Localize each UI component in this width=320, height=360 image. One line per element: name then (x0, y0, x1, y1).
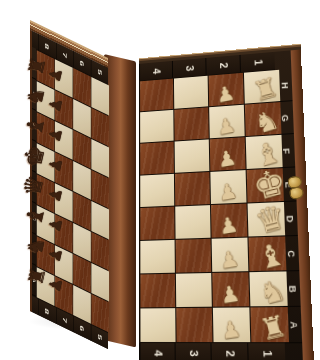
coordinate-text: G (280, 114, 290, 122)
square-a2: ♟ (213, 307, 250, 342)
rank-labels-right-bottom: 4321 (139, 343, 285, 360)
coordinate-text: 3 (184, 65, 195, 72)
white-pawn-f2: ♟ (216, 149, 238, 171)
right-board-panel: 4321 ♟♜♟♞♟♝♟♚♟♛♟♝♟♞♟♜ 4321 HGFEDCBA (139, 44, 314, 360)
black-pawn-h7: ♟ (48, 67, 65, 84)
square-d2: ♟ (211, 204, 247, 238)
coordinate-text: 5 (97, 68, 102, 76)
coordinate-text: B (286, 285, 296, 292)
coordinate-text: 2 (218, 62, 229, 69)
white-rook-a1: ♜ (257, 312, 289, 344)
black-pawn-f7: ♟ (48, 127, 65, 144)
square-c2: ♟ (212, 238, 249, 272)
square-b1: ♞ (249, 271, 287, 306)
square-a3 (176, 308, 212, 342)
black-pawn-c7: ♟ (48, 217, 65, 234)
coordinate-label: 4 (139, 343, 174, 360)
white-pawn-a2: ♟ (219, 319, 242, 342)
coordinate-text: 6 (80, 59, 85, 67)
black-pawn-d7: ♟ (48, 187, 65, 204)
coordinate-text: A (288, 321, 298, 328)
white-knight-g1: ♞ (251, 107, 281, 137)
square-h3 (174, 76, 208, 109)
coordinate-text: 4 (151, 67, 161, 74)
black-king-e8: ♚ (21, 142, 48, 169)
square-f4 (140, 142, 174, 175)
black-pawn-b7: ♟ (48, 247, 65, 264)
black-queen-d8: ♛ (22, 173, 48, 199)
black-bishop-f8: ♝ (24, 114, 48, 138)
black-pawn-e7: ♟ (48, 157, 65, 174)
square-e4 (140, 174, 174, 207)
square-b2: ♟ (212, 272, 249, 306)
black-bishop-c8: ♝ (24, 204, 48, 228)
square-a1: ♜ (250, 307, 289, 342)
square-h2: ♟ (209, 73, 244, 106)
square-g4 (140, 110, 173, 143)
coordinate-text: 4 (152, 349, 163, 356)
square-f3 (175, 139, 210, 172)
square-c3 (176, 239, 212, 273)
white-pawn-e2: ♟ (216, 182, 238, 204)
coordinate-text: 8 (45, 42, 50, 50)
black-pawn-a7: ♟ (48, 277, 65, 294)
white-queen-d1: ♛ (252, 202, 289, 239)
square-a4 (140, 308, 175, 342)
white-pawn-b2: ♟ (218, 284, 240, 307)
coordinate-text: 3 (187, 349, 198, 356)
square-f2: ♟ (210, 137, 246, 171)
white-pawn-h2: ♟ (214, 84, 235, 106)
board-right-half: ♟♜♟♞♟♝♟♚♟♛♟♝♟♞♟♜ (139, 69, 285, 343)
square-h4 (140, 79, 173, 112)
coordinate-text: 1 (252, 59, 263, 66)
square-h1: ♜ (244, 70, 280, 104)
chess-set-photo: 8765 HGFEDCBA 8765 4321 ♟♜♟♞♟♝♟♚♟♛♟♝♟♞♟♜… (0, 0, 320, 360)
square-g1: ♞ (245, 102, 282, 136)
coordinate-text: 1 (261, 350, 273, 357)
black-knight-g8: ♞ (25, 85, 48, 108)
black-pawn-g7: ♟ (48, 97, 65, 114)
square-e2: ♟ (210, 170, 246, 204)
square-c4 (140, 240, 175, 274)
white-pawn-c2: ♟ (218, 249, 240, 272)
white-rook-h1: ♜ (250, 75, 280, 105)
coordinate-text: 7 (62, 316, 67, 324)
square-c1: ♝ (248, 236, 286, 271)
white-pawn-d2: ♟ (217, 215, 239, 238)
white-pawn-g2: ♟ (215, 116, 237, 138)
square-b4 (140, 274, 175, 308)
square-g3 (174, 107, 208, 140)
clasp-knob-bottom (289, 186, 305, 200)
coordinate-text: C (285, 250, 295, 257)
coordinate-text: 2 (224, 350, 236, 357)
square-d1: ♛ (248, 202, 286, 237)
white-bishop-c1: ♝ (254, 239, 288, 273)
square-e3 (175, 172, 210, 206)
square-d3 (175, 205, 210, 239)
square-d4 (140, 207, 174, 240)
square-g2: ♟ (209, 105, 245, 139)
coordinate-text: 5 (97, 333, 102, 341)
black-knight-b8: ♞ (25, 235, 48, 258)
coordinate-label: 3 (175, 343, 211, 360)
coordinate-text: 6 (80, 324, 85, 332)
square-b3 (176, 273, 212, 307)
white-knight-b1: ♞ (256, 276, 288, 308)
coordinate-text: H (279, 82, 288, 89)
coordinate-text: 7 (62, 51, 67, 59)
coordinate-text: F (281, 148, 291, 154)
coordinate-text: 8 (45, 307, 50, 315)
coordinate-label: 2 (210, 343, 247, 360)
